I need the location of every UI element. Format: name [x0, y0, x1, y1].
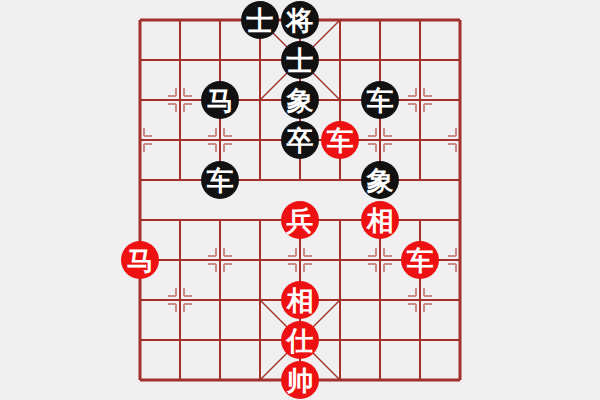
point-5-2[interactable]	[320, 80, 360, 120]
point-6-7[interactable]	[360, 280, 400, 320]
point-8-5[interactable]	[440, 200, 480, 240]
black-elephant-piece[interactable]: 象	[361, 161, 399, 199]
black-soldier-piece[interactable]: 卒	[281, 121, 319, 159]
point-8-4[interactable]	[440, 160, 480, 200]
point-4-1[interactable]: 士	[280, 40, 320, 80]
point-2-2[interactable]: 马	[200, 80, 240, 120]
point-7-2[interactable]	[400, 80, 440, 120]
point-6-3[interactable]	[360, 120, 400, 160]
black-horse-piece[interactable]: 马	[201, 81, 239, 119]
point-7-8[interactable]	[400, 320, 440, 360]
point-1-4[interactable]	[160, 160, 200, 200]
point-0-9[interactable]	[120, 360, 160, 400]
point-8-8[interactable]	[440, 320, 480, 360]
point-7-7[interactable]	[400, 280, 440, 320]
point-6-8[interactable]	[360, 320, 400, 360]
point-2-3[interactable]	[200, 120, 240, 160]
point-8-3[interactable]	[440, 120, 480, 160]
point-7-6[interactable]: 车	[400, 240, 440, 280]
point-0-3[interactable]	[120, 120, 160, 160]
red-soldier-piece[interactable]: 兵	[281, 201, 319, 239]
point-5-9[interactable]	[320, 360, 360, 400]
point-6-9[interactable]	[360, 360, 400, 400]
point-8-9[interactable]	[440, 360, 480, 400]
point-6-1[interactable]	[360, 40, 400, 80]
point-4-3[interactable]: 卒	[280, 120, 320, 160]
point-2-5[interactable]	[200, 200, 240, 240]
point-8-0[interactable]	[440, 0, 480, 40]
point-1-1[interactable]	[160, 40, 200, 80]
point-1-5[interactable]	[160, 200, 200, 240]
point-1-9[interactable]	[160, 360, 200, 400]
point-8-7[interactable]	[440, 280, 480, 320]
point-4-4[interactable]	[280, 160, 320, 200]
point-1-6[interactable]	[160, 240, 200, 280]
point-1-3[interactable]	[160, 120, 200, 160]
point-3-4[interactable]	[240, 160, 280, 200]
point-3-0[interactable]: 士	[240, 0, 280, 40]
point-7-1[interactable]	[400, 40, 440, 80]
point-5-8[interactable]	[320, 320, 360, 360]
point-3-2[interactable]	[240, 80, 280, 120]
black-elephant-piece[interactable]: 象	[281, 81, 319, 119]
point-7-4[interactable]	[400, 160, 440, 200]
point-0-2[interactable]	[120, 80, 160, 120]
point-5-7[interactable]	[320, 280, 360, 320]
point-6-0[interactable]	[360, 0, 400, 40]
point-2-4[interactable]: 车	[200, 160, 240, 200]
point-7-3[interactable]	[400, 120, 440, 160]
point-4-9[interactable]: 帅	[280, 360, 320, 400]
point-4-7[interactable]: 相	[280, 280, 320, 320]
red-chariot-piece[interactable]: 车	[321, 121, 359, 159]
black-chariot-piece[interactable]: 车	[361, 81, 399, 119]
point-8-1[interactable]	[440, 40, 480, 80]
black-general-piece[interactable]: 将	[281, 1, 319, 39]
point-5-3[interactable]: 车	[320, 120, 360, 160]
point-7-0[interactable]	[400, 0, 440, 40]
point-0-6[interactable]: 马	[120, 240, 160, 280]
red-elephant-piece[interactable]: 相	[281, 281, 319, 319]
point-7-9[interactable]	[400, 360, 440, 400]
point-0-7[interactable]	[120, 280, 160, 320]
point-0-4[interactable]	[120, 160, 160, 200]
point-4-2[interactable]: 象	[280, 80, 320, 120]
point-2-7[interactable]	[200, 280, 240, 320]
black-chariot-piece[interactable]: 车	[201, 161, 239, 199]
point-0-5[interactable]	[120, 200, 160, 240]
point-6-6[interactable]	[360, 240, 400, 280]
point-6-2[interactable]: 车	[360, 80, 400, 120]
black-advisor-piece[interactable]: 士	[281, 41, 319, 79]
black-advisor-piece[interactable]: 士	[241, 1, 279, 39]
point-3-9[interactable]	[240, 360, 280, 400]
point-2-8[interactable]	[200, 320, 240, 360]
point-3-7[interactable]	[240, 280, 280, 320]
point-0-1[interactable]	[120, 40, 160, 80]
point-2-1[interactable]	[200, 40, 240, 80]
point-1-0[interactable]	[160, 0, 200, 40]
point-4-0[interactable]: 将	[280, 0, 320, 40]
red-horse-piece[interactable]: 马	[121, 241, 159, 279]
point-4-5[interactable]: 兵	[280, 200, 320, 240]
point-1-7[interactable]	[160, 280, 200, 320]
point-3-1[interactable]	[240, 40, 280, 80]
point-8-2[interactable]	[440, 80, 480, 120]
point-7-5[interactable]	[400, 200, 440, 240]
red-chariot-piece[interactable]: 车	[401, 241, 439, 279]
point-0-8[interactable]	[120, 320, 160, 360]
point-6-4[interactable]: 象	[360, 160, 400, 200]
point-8-6[interactable]	[440, 240, 480, 280]
point-2-0[interactable]	[200, 0, 240, 40]
point-1-8[interactable]	[160, 320, 200, 360]
board-grid: 士将士马象车卒车车象兵相马车相仕帅	[120, 0, 480, 400]
red-advisor-piece[interactable]: 仕	[281, 321, 319, 359]
point-3-3[interactable]	[240, 120, 280, 160]
point-1-2[interactable]	[160, 80, 200, 120]
point-3-5[interactable]	[240, 200, 280, 240]
red-king-piece[interactable]: 帅	[281, 361, 319, 399]
point-6-5[interactable]: 相	[360, 200, 400, 240]
point-4-8[interactable]: 仕	[280, 320, 320, 360]
point-3-6[interactable]	[240, 240, 280, 280]
point-2-9[interactable]	[200, 360, 240, 400]
point-4-6[interactable]	[280, 240, 320, 280]
red-elephant-piece[interactable]: 相	[361, 201, 399, 239]
point-5-6[interactable]	[320, 240, 360, 280]
point-0-0[interactable]	[120, 0, 160, 40]
xiangqi-board: 士将士马象车卒车车象兵相马车相仕帅	[0, 0, 600, 400]
point-5-0[interactable]	[320, 0, 360, 40]
point-2-6[interactable]	[200, 240, 240, 280]
point-5-4[interactable]	[320, 160, 360, 200]
point-5-1[interactable]	[320, 40, 360, 80]
point-3-8[interactable]	[240, 320, 280, 360]
point-5-5[interactable]	[320, 200, 360, 240]
